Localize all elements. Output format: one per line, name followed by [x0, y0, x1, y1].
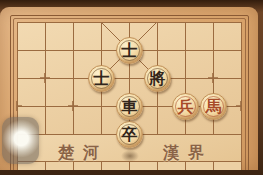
xiangqi-board[interactable]: 楚河 漢界 士 士 將 車 兵 馬 卒 [0, 7, 258, 170]
black-advisor-piece[interactable]: 士 [116, 37, 143, 64]
river-label-chu: 楚河 [58, 144, 108, 161]
black-soldier-piece[interactable]: 卒 [116, 121, 143, 148]
black-general-piece[interactable]: 將 [144, 65, 171, 92]
black-advisor-piece[interactable]: 士 [88, 65, 115, 92]
floating-glow-button[interactable] [2, 117, 39, 164]
red-soldier-piece[interactable]: 兵 [172, 93, 199, 120]
piece-character: 車 [117, 94, 142, 119]
piece-character: 馬 [201, 94, 226, 119]
piece-character: 士 [117, 38, 142, 63]
piece-character: 卒 [117, 122, 142, 147]
xiangqi-game-screen: 楚河 漢界 士 士 將 車 兵 馬 卒 [0, 0, 263, 175]
black-chariot-piece[interactable]: 車 [116, 93, 143, 120]
red-horse-piece[interactable]: 馬 [200, 93, 227, 120]
piece-character: 將 [145, 66, 170, 91]
piece-character: 兵 [173, 94, 198, 119]
river-label-han: 漢界 [163, 144, 213, 161]
river-shadow-smudge [118, 148, 142, 164]
piece-character: 士 [89, 66, 114, 91]
